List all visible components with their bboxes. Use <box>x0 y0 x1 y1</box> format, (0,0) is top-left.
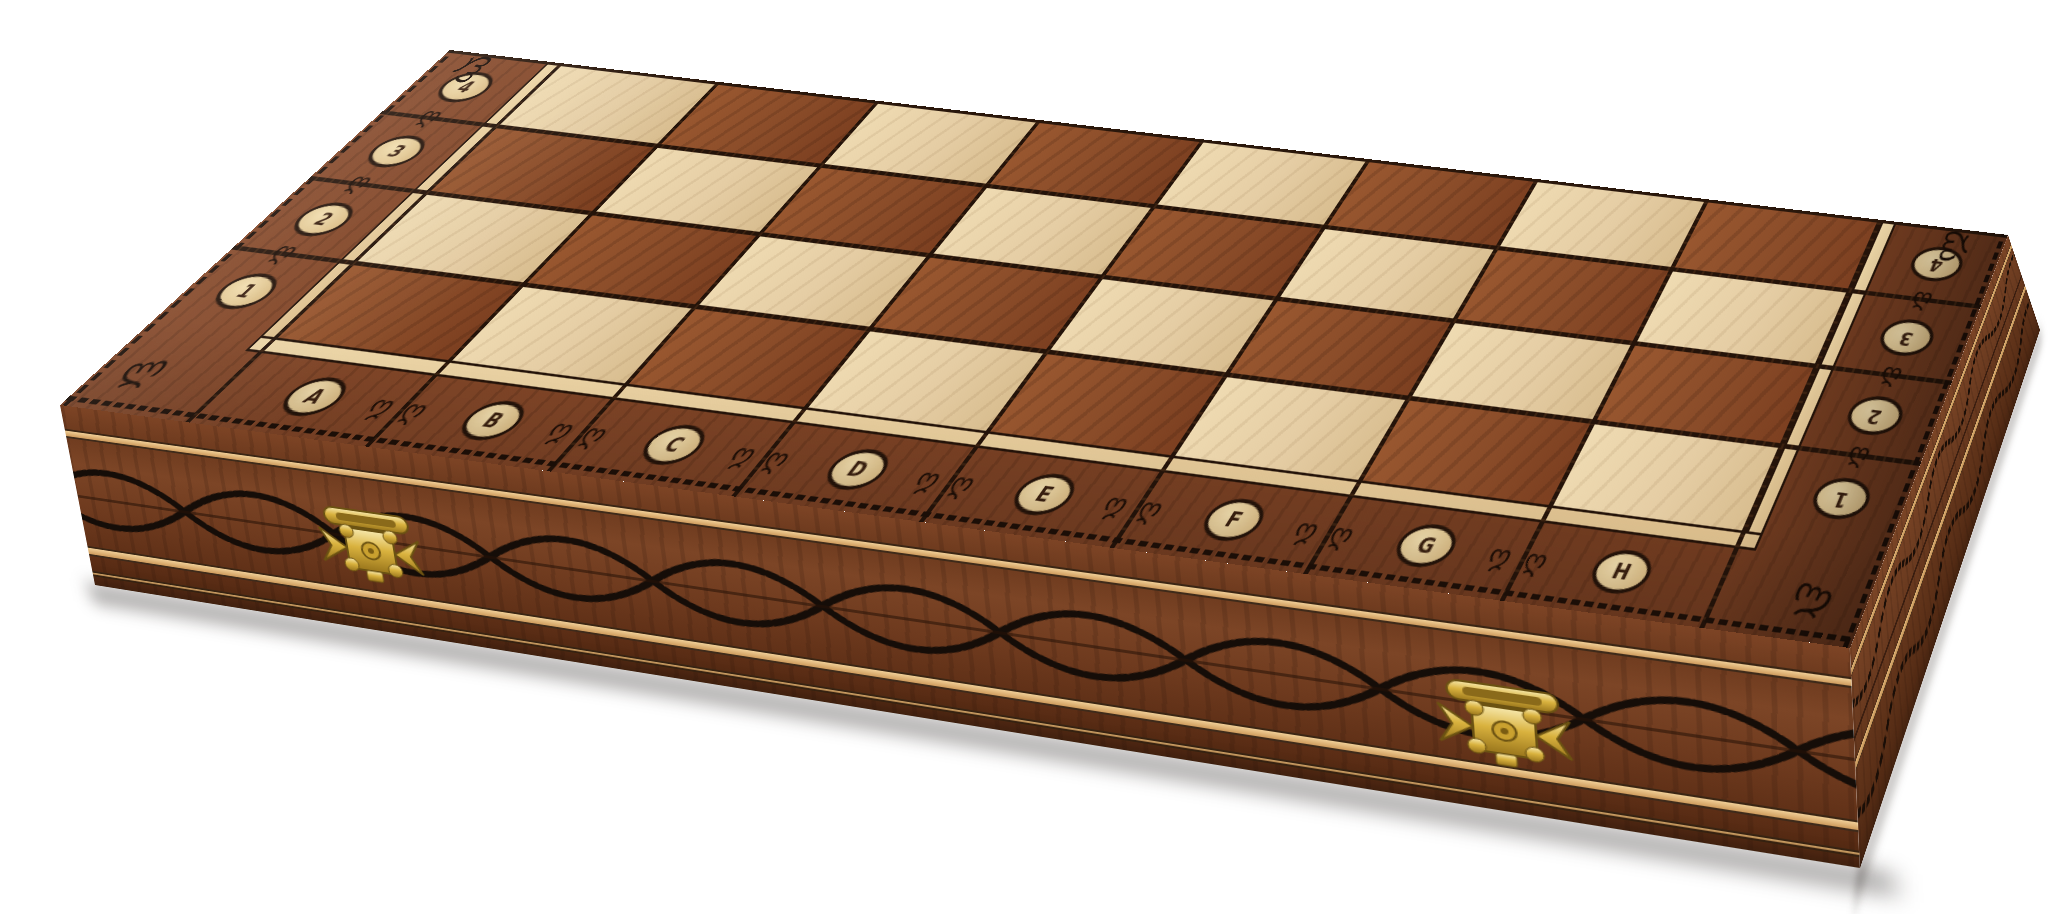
corner-scroll-front-right: ლ <box>1785 570 1843 621</box>
file-label-b: B <box>450 398 536 443</box>
corner-scroll-back-right: ლ <box>1928 229 1971 263</box>
file-label-g: G <box>1387 521 1464 570</box>
product-photo-scene: 4321 4321 ABCDEFGH ღღღღღღღღღღღღღღღღღღღღლ… <box>0 0 2048 914</box>
rank-label-right-glyph: 3 <box>1897 328 1916 347</box>
rank-label-left-1: 1 <box>204 271 289 312</box>
file-label-d: D <box>816 446 899 493</box>
rank-label-right-glyph: 2 <box>1865 406 1885 426</box>
rank-label-right-3: 3 <box>1874 317 1940 359</box>
heart-ornament-right-2: ღ <box>1877 360 1906 387</box>
heart-ornament-right-3: ღ <box>1844 439 1875 468</box>
rank-label-right-glyph: 1 <box>1831 488 1852 509</box>
file-label-f: F <box>1194 496 1273 544</box>
heart-ornament-right-1: ღ <box>1909 285 1937 310</box>
file-label-h: H <box>1584 547 1659 597</box>
heart-ornament-front-7b: ღ <box>1518 546 1553 577</box>
rank-label-right-2: 2 <box>1841 393 1909 438</box>
rank-label-left-3: 3 <box>357 133 436 170</box>
file-label-c: C <box>632 422 716 468</box>
rank-label-left-2: 2 <box>282 200 364 239</box>
heart-ornament-front-7a: ღ <box>1483 541 1518 572</box>
heart-ornament-front-6a: ღ <box>1288 515 1325 545</box>
corner-scroll-back-left: ლ <box>444 53 503 86</box>
rank-label-right-1: 1 <box>1806 475 1877 522</box>
file-label-a: A <box>271 375 359 419</box>
file-label-e: E <box>1004 471 1085 519</box>
